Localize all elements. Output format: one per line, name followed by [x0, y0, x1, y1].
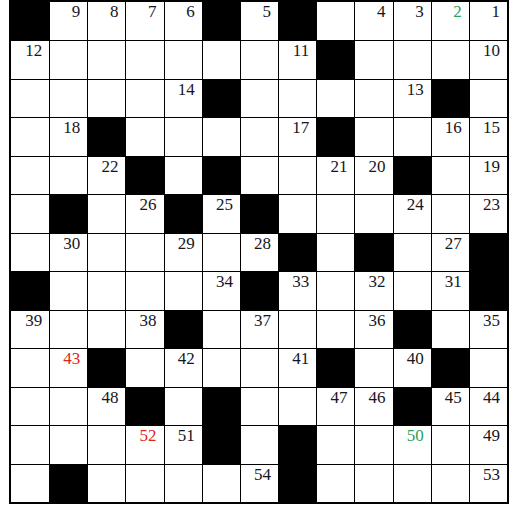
cell-r4c10[interactable] — [354, 117, 392, 155]
clue-number-37: 37 — [254, 311, 271, 330]
cell-r13c9[interactable] — [316, 464, 354, 502]
cell-r12c7[interactable] — [240, 425, 278, 463]
cell-r8c10[interactable]: 32 — [354, 271, 392, 309]
cell-r5c11-black — [393, 156, 431, 194]
clue-number-53: 53 — [483, 465, 500, 484]
cell-r2c9-black — [316, 40, 354, 78]
cell-r5c4-black — [125, 156, 163, 194]
clue-number-21: 21 — [330, 157, 347, 176]
cell-r4c12[interactable]: 16 — [431, 117, 469, 155]
cell-r10c9-black — [316, 348, 354, 386]
clue-number-10: 10 — [483, 41, 500, 60]
clue-number-41: 41 — [292, 349, 309, 368]
crossword-page: 9876543211211101413181716152221201926252… — [0, 0, 513, 523]
cell-r10c2[interactable]: 43 — [49, 348, 87, 386]
cell-r8c2[interactable] — [49, 271, 87, 309]
cell-r8c9[interactable] — [316, 271, 354, 309]
clue-number-42: 42 — [178, 349, 195, 368]
cell-r11c11-black — [393, 387, 431, 425]
cell-r13c11[interactable] — [393, 464, 431, 502]
cell-r11c12[interactable]: 45 — [431, 387, 469, 425]
clue-number-6: 6 — [186, 2, 195, 21]
clue-number-14: 14 — [178, 80, 195, 99]
cell-r13c4[interactable] — [125, 464, 163, 502]
cell-r1c3[interactable]: 8 — [87, 2, 125, 40]
cell-r6c2-black — [49, 194, 87, 232]
cell-r5c7[interactable] — [240, 156, 278, 194]
cell-r3c3[interactable] — [87, 79, 125, 117]
cell-r7c1[interactable] — [11, 233, 49, 271]
cell-r1c2[interactable]: 9 — [49, 2, 87, 40]
cell-r2c13[interactable]: 10 — [469, 40, 507, 78]
clue-number-12: 12 — [25, 41, 42, 60]
cell-r8c6[interactable]: 34 — [202, 271, 240, 309]
cell-r6c5-black — [164, 194, 202, 232]
clue-number-52: 52 — [140, 426, 157, 445]
cell-r2c6[interactable] — [202, 40, 240, 78]
cell-r11c5[interactable] — [164, 387, 202, 425]
cell-r13c13[interactable]: 53 — [469, 464, 507, 502]
cell-r2c11[interactable] — [393, 40, 431, 78]
clue-number-23: 23 — [483, 195, 500, 214]
cell-r5c5[interactable] — [164, 156, 202, 194]
clue-number-34: 34 — [216, 272, 233, 291]
cell-r13c8-black — [278, 464, 316, 502]
clue-number-24: 24 — [407, 195, 424, 214]
cell-r6c11[interactable]: 24 — [393, 194, 431, 232]
clue-number-48: 48 — [101, 388, 118, 407]
cell-r12c10[interactable] — [354, 425, 392, 463]
clue-number-1: 1 — [492, 2, 501, 21]
cell-r4c9-black — [316, 117, 354, 155]
cell-r7c4[interactable] — [125, 233, 163, 271]
cell-r7c7[interactable]: 28 — [240, 233, 278, 271]
clue-number-11: 11 — [293, 41, 309, 60]
cell-r10c10[interactable] — [354, 348, 392, 386]
cell-r9c10[interactable]: 36 — [354, 310, 392, 348]
clue-number-15: 15 — [483, 118, 500, 137]
clue-number-49: 49 — [483, 426, 500, 445]
clue-number-35: 35 — [483, 311, 500, 330]
cell-r4c7[interactable] — [240, 117, 278, 155]
cell-r1c13[interactable]: 1 — [469, 2, 507, 40]
clue-number-38: 38 — [140, 311, 157, 330]
cell-r5c8[interactable] — [278, 156, 316, 194]
cell-r8c12[interactable]: 31 — [431, 271, 469, 309]
clue-number-22: 22 — [101, 157, 118, 176]
clue-number-50: 50 — [407, 426, 424, 445]
clue-number-30: 30 — [63, 234, 80, 253]
cell-r7c9[interactable] — [316, 233, 354, 271]
cell-r8c3[interactable] — [87, 271, 125, 309]
cell-r2c3[interactable] — [87, 40, 125, 78]
clue-number-9: 9 — [72, 2, 81, 21]
clue-number-20: 20 — [369, 157, 386, 176]
cell-r11c8[interactable] — [278, 387, 316, 425]
clue-number-40: 40 — [407, 349, 424, 368]
cell-r12c13[interactable]: 49 — [469, 425, 507, 463]
clue-number-43: 43 — [63, 349, 80, 368]
cell-r9c12[interactable] — [431, 310, 469, 348]
clue-number-36: 36 — [369, 311, 386, 330]
clue-number-3: 3 — [415, 2, 424, 21]
cell-r1c1-black — [11, 2, 49, 40]
clue-number-39: 39 — [25, 311, 42, 330]
cell-r7c8-black — [278, 233, 316, 271]
cell-r9c3[interactable] — [87, 310, 125, 348]
cell-r10c1[interactable] — [11, 348, 49, 386]
cell-r5c9[interactable]: 21 — [316, 156, 354, 194]
cell-r4c1[interactable] — [11, 117, 49, 155]
clue-number-33: 33 — [292, 272, 309, 291]
clue-number-28: 28 — [254, 234, 271, 253]
cell-r13c6[interactable] — [202, 464, 240, 502]
cell-r2c12[interactable] — [431, 40, 469, 78]
cell-r13c7[interactable]: 54 — [240, 464, 278, 502]
cell-r1c6-black — [202, 2, 240, 40]
clue-number-27: 27 — [445, 234, 462, 253]
clue-number-2: 2 — [453, 2, 462, 21]
cell-r12c11[interactable]: 50 — [393, 425, 431, 463]
cell-r10c8[interactable]: 41 — [278, 348, 316, 386]
cell-r10c4[interactable] — [125, 348, 163, 386]
cell-r11c7[interactable] — [240, 387, 278, 425]
cell-r3c2[interactable] — [49, 79, 87, 117]
cell-r11c4-black — [125, 387, 163, 425]
cell-r12c9[interactable] — [316, 425, 354, 463]
cell-r1c11[interactable]: 3 — [393, 2, 431, 40]
cell-r8c8[interactable]: 33 — [278, 271, 316, 309]
cell-r8c11[interactable] — [393, 271, 431, 309]
cell-r12c4[interactable]: 52 — [125, 425, 163, 463]
cell-r4c11[interactable] — [393, 117, 431, 155]
cell-r9c5-black — [164, 310, 202, 348]
clue-number-8: 8 — [110, 2, 119, 21]
cell-r1c5[interactable]: 6 — [164, 2, 202, 40]
clue-number-18: 18 — [63, 118, 80, 137]
cell-r1c12[interactable]: 2 — [431, 2, 469, 40]
cell-r10c6[interactable] — [202, 348, 240, 386]
cell-r4c8[interactable]: 17 — [278, 117, 316, 155]
cell-r6c1[interactable] — [11, 194, 49, 232]
cell-r11c2[interactable] — [49, 387, 87, 425]
clue-number-25: 25 — [216, 195, 233, 214]
cell-r9c7[interactable]: 37 — [240, 310, 278, 348]
cell-r12c5[interactable]: 51 — [164, 425, 202, 463]
cell-r6c7-black — [240, 194, 278, 232]
cell-r12c3[interactable] — [87, 425, 125, 463]
cell-r13c2-black — [49, 464, 87, 502]
crossword-grid: 9876543211211101413181716152221201926252… — [9, 0, 509, 504]
clue-number-29: 29 — [178, 234, 195, 253]
cell-r3c1[interactable] — [11, 79, 49, 117]
cell-r3c4[interactable] — [125, 79, 163, 117]
cell-r1c7[interactable]: 5 — [240, 2, 278, 40]
cell-r7c10-black — [354, 233, 392, 271]
cell-r12c8-black — [278, 425, 316, 463]
cell-r9c4[interactable]: 38 — [125, 310, 163, 348]
cell-r2c2[interactable] — [49, 40, 87, 78]
clue-number-7: 7 — [148, 2, 157, 21]
cell-r9c2[interactable] — [49, 310, 87, 348]
clue-number-17: 17 — [292, 118, 309, 137]
cell-r2c1[interactable]: 12 — [11, 40, 49, 78]
cell-r3c11[interactable]: 13 — [393, 79, 431, 117]
cell-r4c4[interactable] — [125, 117, 163, 155]
cell-r6c9[interactable] — [316, 194, 354, 232]
cell-r5c1[interactable] — [11, 156, 49, 194]
cell-r5c2[interactable] — [49, 156, 87, 194]
cell-r13c12[interactable] — [431, 464, 469, 502]
cell-r1c4[interactable]: 7 — [125, 2, 163, 40]
clue-number-16: 16 — [445, 118, 462, 137]
cell-r6c8[interactable] — [278, 194, 316, 232]
cell-r7c13-black — [469, 233, 507, 271]
cell-r11c3[interactable]: 48 — [87, 387, 125, 425]
cell-r9c1[interactable]: 39 — [11, 310, 49, 348]
clue-number-13: 13 — [407, 80, 424, 99]
clue-number-46: 46 — [369, 388, 386, 407]
cell-r7c3[interactable] — [87, 233, 125, 271]
clue-number-26: 26 — [140, 195, 157, 214]
cell-r7c11[interactable] — [393, 233, 431, 271]
cell-r4c5[interactable] — [164, 117, 202, 155]
cell-r6c6[interactable]: 25 — [202, 194, 240, 232]
cell-r13c1[interactable] — [11, 464, 49, 502]
cell-r1c9[interactable] — [316, 2, 354, 40]
cell-r3c6-black — [202, 79, 240, 117]
cell-r12c1[interactable] — [11, 425, 49, 463]
clue-number-5: 5 — [263, 2, 272, 21]
cell-r4c3-black — [87, 117, 125, 155]
cell-r5c6-black — [202, 156, 240, 194]
cell-r4c13[interactable]: 15 — [469, 117, 507, 155]
cell-r6c3[interactable] — [87, 194, 125, 232]
cell-r8c5[interactable] — [164, 271, 202, 309]
cell-r10c11[interactable]: 40 — [393, 348, 431, 386]
cell-r5c10[interactable]: 20 — [354, 156, 392, 194]
cell-r11c6-black — [202, 387, 240, 425]
cell-r7c2[interactable]: 30 — [49, 233, 87, 271]
cell-r4c2[interactable]: 18 — [49, 117, 87, 155]
cell-r13c3[interactable] — [87, 464, 125, 502]
cell-r8c13-black — [469, 271, 507, 309]
cell-r2c4[interactable] — [125, 40, 163, 78]
cell-r8c7-black — [240, 271, 278, 309]
clue-number-45: 45 — [445, 388, 462, 407]
cell-r12c12[interactable] — [431, 425, 469, 463]
cell-r3c5[interactable]: 14 — [164, 79, 202, 117]
cell-r5c13[interactable]: 19 — [469, 156, 507, 194]
cell-r10c13[interactable] — [469, 348, 507, 386]
cell-r3c10[interactable] — [354, 79, 392, 117]
cell-r11c10[interactable]: 46 — [354, 387, 392, 425]
cell-r9c13[interactable]: 35 — [469, 310, 507, 348]
cell-r4c6[interactable] — [202, 117, 240, 155]
clue-number-44: 44 — [483, 388, 500, 407]
cell-r3c7[interactable] — [240, 79, 278, 117]
clue-number-31: 31 — [445, 272, 462, 291]
cell-r1c8-black — [278, 2, 316, 40]
cell-r10c12-black — [431, 348, 469, 386]
cell-r2c7[interactable] — [240, 40, 278, 78]
cell-r7c6[interactable] — [202, 233, 240, 271]
clue-number-4: 4 — [377, 2, 386, 21]
clue-number-32: 32 — [369, 272, 386, 291]
cell-r6c4[interactable]: 26 — [125, 194, 163, 232]
cell-r9c11-black — [393, 310, 431, 348]
cell-r2c10[interactable] — [354, 40, 392, 78]
cell-r1c10[interactable]: 4 — [354, 2, 392, 40]
cell-r11c13[interactable]: 44 — [469, 387, 507, 425]
cell-r8c4[interactable] — [125, 271, 163, 309]
cell-r3c8[interactable] — [278, 79, 316, 117]
clue-number-47: 47 — [330, 388, 347, 407]
clue-number-19: 19 — [483, 157, 500, 176]
clue-number-51: 51 — [178, 426, 195, 445]
cell-r9c8[interactable] — [278, 310, 316, 348]
cell-r13c5[interactable] — [164, 464, 202, 502]
cell-r6c12[interactable] — [431, 194, 469, 232]
cell-r3c12-black — [431, 79, 469, 117]
cell-r12c6-black — [202, 425, 240, 463]
cell-r6c10[interactable] — [354, 194, 392, 232]
cell-r9c6[interactable] — [202, 310, 240, 348]
cell-r11c9[interactable]: 47 — [316, 387, 354, 425]
cell-r10c5[interactable]: 42 — [164, 348, 202, 386]
cell-r3c9[interactable] — [316, 79, 354, 117]
cell-r13c10[interactable] — [354, 464, 392, 502]
cell-r10c7[interactable] — [240, 348, 278, 386]
cell-r10c3-black — [87, 348, 125, 386]
cell-r9c9[interactable] — [316, 310, 354, 348]
cell-r12c2[interactable] — [49, 425, 87, 463]
cell-r5c12[interactable] — [431, 156, 469, 194]
cell-r2c5[interactable] — [164, 40, 202, 78]
cell-r2c8[interactable]: 11 — [278, 40, 316, 78]
cell-r7c5[interactable]: 29 — [164, 233, 202, 271]
cell-r6c13[interactable]: 23 — [469, 194, 507, 232]
clue-number-54: 54 — [254, 465, 271, 484]
cell-r5c3[interactable]: 22 — [87, 156, 125, 194]
cell-r8c1-black — [11, 271, 49, 309]
cell-r3c13[interactable] — [469, 79, 507, 117]
cell-r7c12[interactable]: 27 — [431, 233, 469, 271]
cell-r11c1[interactable] — [11, 387, 49, 425]
